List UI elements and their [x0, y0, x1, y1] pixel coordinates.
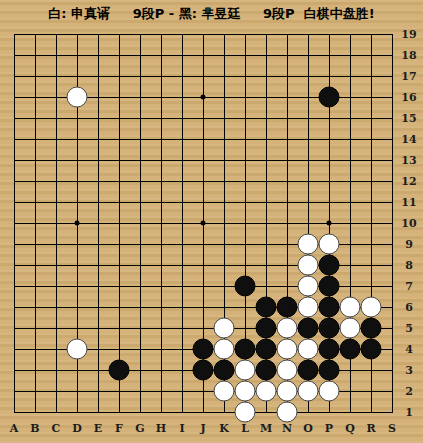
stone-black-L4	[235, 339, 256, 360]
row-label-8: 8	[397, 259, 421, 272]
col-label-M: M	[256, 422, 276, 435]
stone-white-D4	[67, 339, 88, 360]
row-label-17: 17	[397, 70, 421, 83]
stone-black-M3	[256, 360, 277, 381]
stone-black-J3	[193, 360, 214, 381]
stone-white-N3	[277, 360, 298, 381]
stone-black-P3	[319, 360, 340, 381]
col-label-F: F	[109, 422, 129, 435]
go-game-viewer: 白: 申真谞 9段P - 黑: 芈昱廷 9段P 白棋中盘胜! ABCDEFGHI…	[0, 0, 423, 443]
col-label-O: O	[298, 422, 318, 435]
go-board: ABCDEFGHIJKLMNOPQRS191817161514131211109…	[0, 0, 423, 443]
stone-white-L3	[235, 360, 256, 381]
col-label-J: J	[193, 422, 213, 435]
stone-black-Q4	[340, 339, 361, 360]
stone-black-P4	[319, 339, 340, 360]
stone-white-O7	[298, 276, 319, 297]
row-label-3: 3	[397, 364, 421, 377]
col-label-L: L	[235, 422, 255, 435]
stone-black-R5	[361, 318, 382, 339]
col-label-E: E	[88, 422, 108, 435]
stone-black-M6	[256, 297, 277, 318]
row-label-16: 16	[397, 91, 421, 104]
col-label-P: P	[319, 422, 339, 435]
stone-white-O8	[298, 255, 319, 276]
col-label-Q: Q	[340, 422, 360, 435]
star-point-D10	[75, 221, 80, 226]
stone-black-P7	[319, 276, 340, 297]
stone-black-P16	[319, 87, 340, 108]
stone-black-P8	[319, 255, 340, 276]
star-point-J10	[201, 221, 206, 226]
col-label-B: B	[25, 422, 45, 435]
star-point-P10	[327, 221, 332, 226]
stone-black-R4	[361, 339, 382, 360]
stone-white-R6	[361, 297, 382, 318]
stone-black-O3	[298, 360, 319, 381]
row-label-4: 4	[397, 343, 421, 356]
row-label-18: 18	[397, 49, 421, 62]
col-label-N: N	[277, 422, 297, 435]
row-label-9: 9	[397, 238, 421, 251]
stone-white-N1	[277, 402, 298, 423]
stone-white-Q6	[340, 297, 361, 318]
row-label-1: 1	[397, 406, 421, 419]
stone-black-O5	[298, 318, 319, 339]
col-label-H: H	[151, 422, 171, 435]
stone-white-O2	[298, 381, 319, 402]
row-label-12: 12	[397, 175, 421, 188]
stone-black-J4	[193, 339, 214, 360]
stone-white-O4	[298, 339, 319, 360]
col-label-I: I	[172, 422, 192, 435]
stone-white-N5	[277, 318, 298, 339]
stone-white-O9	[298, 234, 319, 255]
row-label-15: 15	[397, 112, 421, 125]
stone-white-D16	[67, 87, 88, 108]
row-label-7: 7	[397, 280, 421, 293]
col-label-C: C	[46, 422, 66, 435]
stone-black-F3	[109, 360, 130, 381]
row-label-2: 2	[397, 385, 421, 398]
stone-white-K5	[214, 318, 235, 339]
col-label-S: S	[382, 422, 402, 435]
stone-white-L1	[235, 402, 256, 423]
row-label-5: 5	[397, 322, 421, 335]
col-label-R: R	[361, 422, 381, 435]
stone-white-M2	[256, 381, 277, 402]
row-label-14: 14	[397, 133, 421, 146]
stone-white-O6	[298, 297, 319, 318]
col-label-K: K	[214, 422, 234, 435]
stone-white-K4	[214, 339, 235, 360]
stone-black-P5	[319, 318, 340, 339]
col-label-G: G	[130, 422, 150, 435]
stone-white-N2	[277, 381, 298, 402]
stone-white-K2	[214, 381, 235, 402]
stone-white-P2	[319, 381, 340, 402]
row-label-10: 10	[397, 217, 421, 230]
stone-black-N6	[277, 297, 298, 318]
row-label-19: 19	[397, 28, 421, 41]
stone-white-N4	[277, 339, 298, 360]
row-label-11: 11	[397, 196, 421, 209]
stone-black-P6	[319, 297, 340, 318]
row-label-6: 6	[397, 301, 421, 314]
stone-black-K3	[214, 360, 235, 381]
col-label-D: D	[67, 422, 87, 435]
stone-black-M4	[256, 339, 277, 360]
col-label-A: A	[4, 422, 24, 435]
row-label-13: 13	[397, 154, 421, 167]
stone-white-Q5	[340, 318, 361, 339]
star-point-J16	[201, 95, 206, 100]
stone-black-M5	[256, 318, 277, 339]
stone-white-L2	[235, 381, 256, 402]
stone-black-L7	[235, 276, 256, 297]
stone-white-P9	[319, 234, 340, 255]
